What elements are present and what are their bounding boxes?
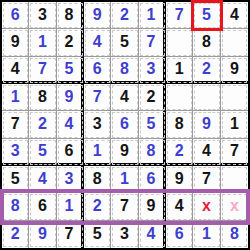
cell-r3c9[interactable]: 9 (221, 57, 248, 84)
cell-r6c9[interactable]: 7 (221, 139, 248, 166)
cell-r6c6[interactable]: 8 (139, 139, 166, 166)
cell-r6c2[interactable]: 5 (29, 139, 56, 166)
cell-r1c6[interactable]: 1 (139, 2, 166, 29)
cell-r9c5[interactable]: 3 (111, 221, 138, 248)
cell-r8c1[interactable]: 8 (2, 193, 29, 220)
cell-r5c4[interactable]: 3 (84, 111, 111, 138)
cell-r2c7[interactable] (166, 29, 193, 56)
cell-r5c8[interactable]: 9 (193, 111, 220, 138)
cell-r4c8[interactable] (193, 84, 220, 111)
cell-r2c1[interactable]: 9 (2, 29, 29, 56)
cell-r6c5[interactable]: 9 (111, 139, 138, 166)
cell-r7c9[interactable] (221, 166, 248, 193)
cell-r1c4[interactable]: 9 (84, 2, 111, 29)
cell-r1c2[interactable]: 3 (29, 2, 56, 29)
cell-r4c5[interactable]: 4 (111, 84, 138, 111)
cell-r1c7[interactable]: 7 (166, 2, 193, 29)
cell-r1c9[interactable]: 4 (221, 2, 248, 29)
cell-r7c1[interactable]: 5 (2, 166, 29, 193)
cell-r4c9[interactable] (221, 84, 248, 111)
cell-r4c1[interactable]: 1 (2, 84, 29, 111)
cell-r2c4[interactable]: 4 (84, 29, 111, 56)
cell-r6c8[interactable]: 4 (193, 139, 220, 166)
cell-r1c5[interactable]: 2 (111, 2, 138, 29)
cell-r3c3[interactable]: 5 (57, 57, 84, 84)
cell-r8c7[interactable]: 4 (166, 193, 193, 220)
cell-r2c8[interactable]: 8 (193, 29, 220, 56)
cell-r8c3[interactable]: 1 (57, 193, 84, 220)
cell-r5c1[interactable]: 7 (2, 111, 29, 138)
cell-r8c5[interactable]: 7 (111, 193, 138, 220)
cell-r4c4[interactable]: 7 (84, 84, 111, 111)
cell-r2c9[interactable] (221, 29, 248, 56)
cell-r5c6[interactable]: 5 (139, 111, 166, 138)
cell-r2c5[interactable]: 5 (111, 29, 138, 56)
cell-r8c9[interactable]: x (221, 193, 248, 220)
cell-r3c6[interactable]: 3 (139, 57, 166, 84)
cell-r3c8[interactable]: 2 (193, 57, 220, 84)
cell-r7c5[interactable]: 1 (111, 166, 138, 193)
cell-r6c7[interactable]: 2 (166, 139, 193, 166)
cell-r9c8[interactable]: 1 (193, 221, 220, 248)
cell-r9c1[interactable]: 2 (2, 221, 29, 248)
cell-r7c2[interactable]: 4 (29, 166, 56, 193)
cell-r7c6[interactable]: 6 (139, 166, 166, 193)
sudoku-board: 6389217549124578475683129189742724365891… (0, 0, 250, 250)
cell-r4c6[interactable]: 2 (139, 84, 166, 111)
cell-r9c6[interactable]: 4 (139, 221, 166, 248)
cell-r2c2[interactable]: 1 (29, 29, 56, 56)
cell-r4c3[interactable]: 9 (57, 84, 84, 111)
cell-r6c4[interactable]: 1 (84, 139, 111, 166)
cell-r3c5[interactable]: 8 (111, 57, 138, 84)
cell-r2c3[interactable]: 2 (57, 29, 84, 56)
cell-r1c1[interactable]: 6 (2, 2, 29, 29)
cell-r3c4[interactable]: 6 (84, 57, 111, 84)
cell-r7c8[interactable]: 7 (193, 166, 220, 193)
cell-r7c7[interactable]: 9 (166, 166, 193, 193)
cell-r1c3[interactable]: 8 (57, 2, 84, 29)
cell-r1c8[interactable]: 5 (193, 2, 220, 29)
cell-r4c2[interactable]: 8 (29, 84, 56, 111)
cell-r8c8[interactable]: x (193, 193, 220, 220)
cell-r9c7[interactable]: 6 (166, 221, 193, 248)
cell-r5c2[interactable]: 2 (29, 111, 56, 138)
cell-r8c4[interactable]: 2 (84, 193, 111, 220)
cell-r3c1[interactable]: 4 (2, 57, 29, 84)
cell-r8c6[interactable]: 9 (139, 193, 166, 220)
cell-r9c3[interactable]: 7 (57, 221, 84, 248)
cell-r3c7[interactable]: 1 (166, 57, 193, 84)
cell-r9c9[interactable]: 8 (221, 221, 248, 248)
cell-r5c7[interactable]: 8 (166, 111, 193, 138)
cell-r2c6[interactable]: 7 (139, 29, 166, 56)
cell-r9c4[interactable]: 5 (84, 221, 111, 248)
cell-r4c7[interactable] (166, 84, 193, 111)
cell-r9c2[interactable]: 9 (29, 221, 56, 248)
cell-r5c5[interactable]: 6 (111, 111, 138, 138)
cell-r3c2[interactable]: 7 (29, 57, 56, 84)
cell-r6c1[interactable]: 3 (2, 139, 29, 166)
cell-r5c9[interactable]: 1 (221, 111, 248, 138)
cell-r8c2[interactable]: 6 (29, 193, 56, 220)
cell-r7c4[interactable]: 8 (84, 166, 111, 193)
cell-r6c3[interactable]: 6 (57, 139, 84, 166)
cell-r7c3[interactable]: 3 (57, 166, 84, 193)
cell-r5c3[interactable]: 4 (57, 111, 84, 138)
